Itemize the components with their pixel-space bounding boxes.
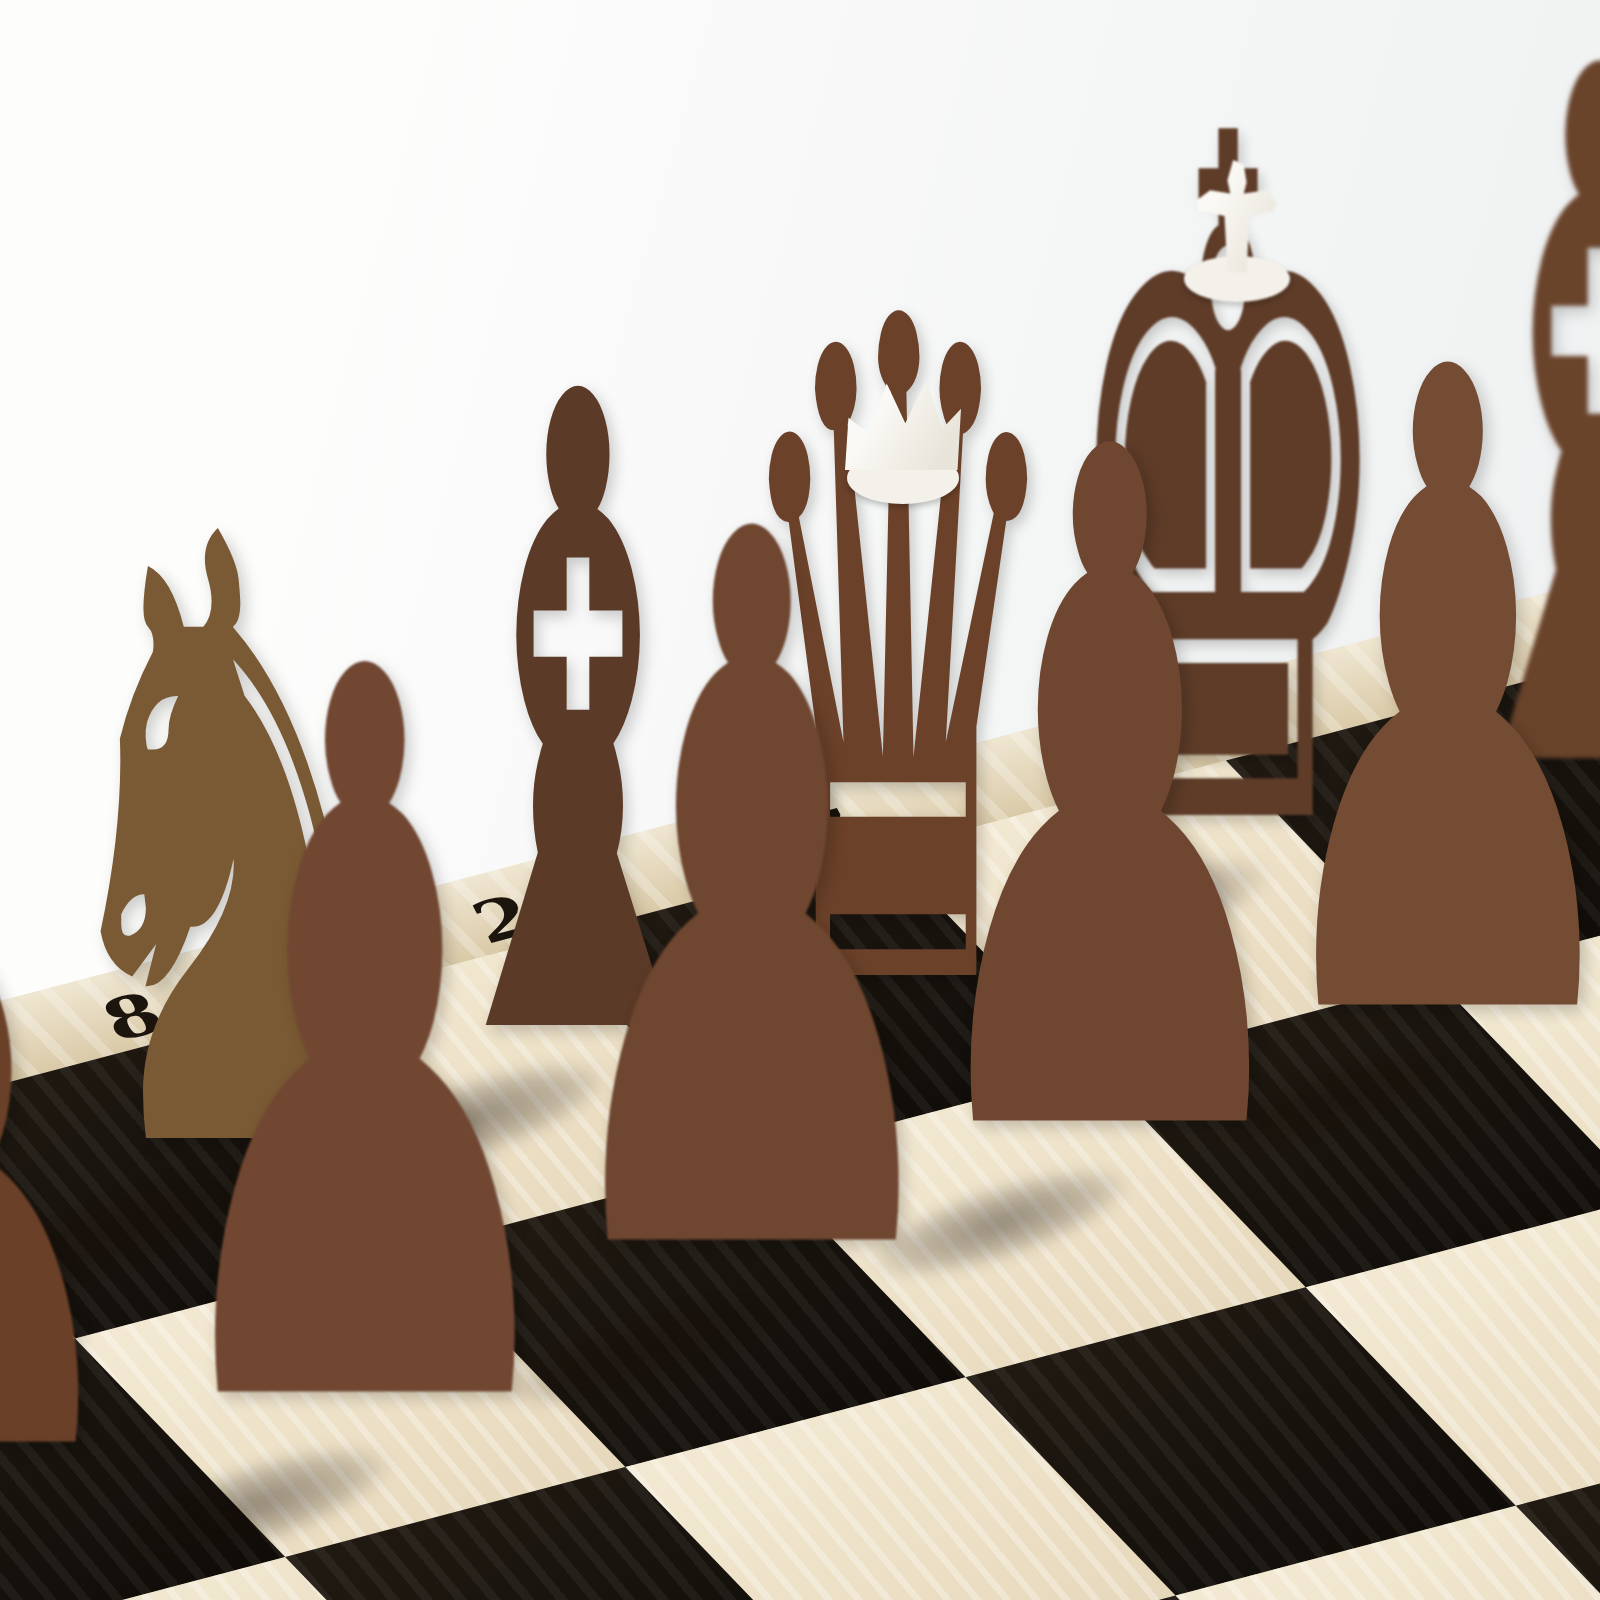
pawn-glyph: ♟ <box>532 410 971 1390</box>
pawn-glyph: ♟ <box>0 730 147 1570</box>
photo-scene: 827 ♝♚♛♝♞♟♟♟♟♟ <box>0 0 1600 1600</box>
pawn-glyph: ♟ <box>141 545 589 1545</box>
